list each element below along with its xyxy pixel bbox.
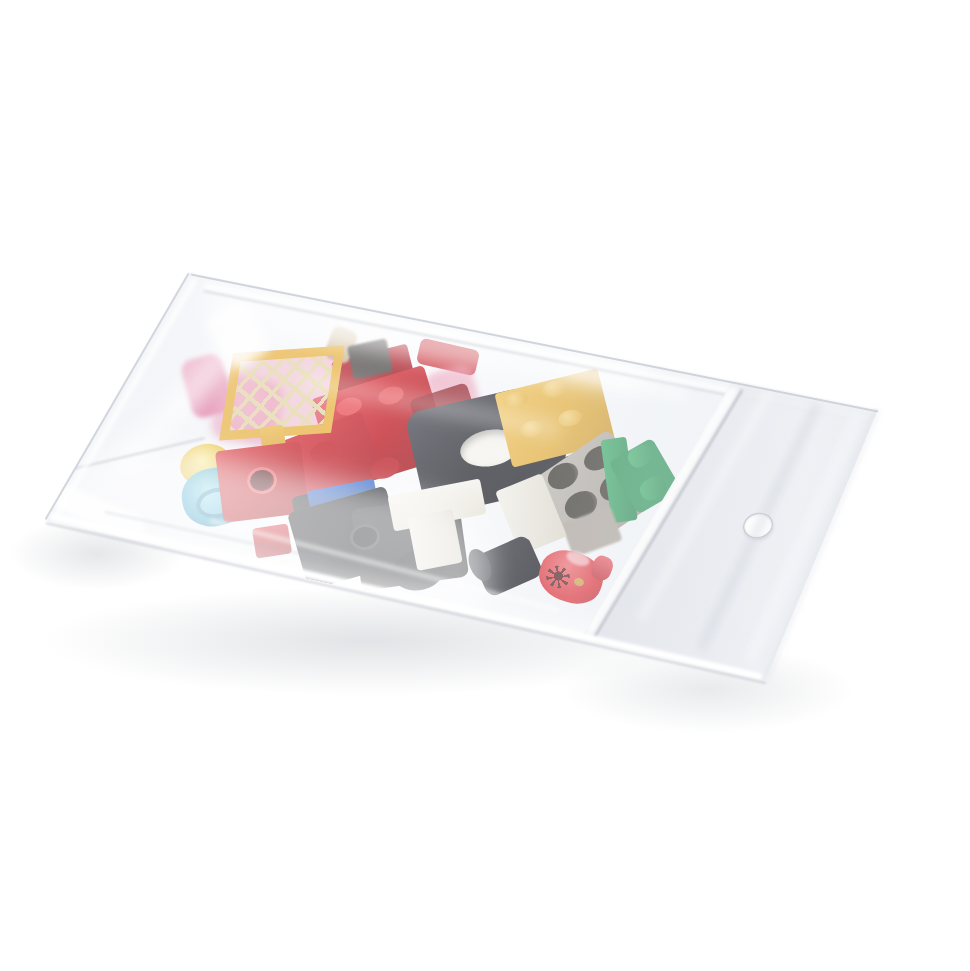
top-edge-line (191, 273, 878, 412)
left-edge-line (45, 273, 190, 520)
bottom-edge-glow (49, 513, 763, 681)
product-photo (0, 0, 970, 971)
top-edge-glow (191, 267, 877, 410)
right-edge-soft (765, 409, 879, 679)
bottom-edge-line (46, 522, 766, 684)
bag-edges (0, 0, 970, 971)
left-edge-glow (53, 277, 198, 520)
